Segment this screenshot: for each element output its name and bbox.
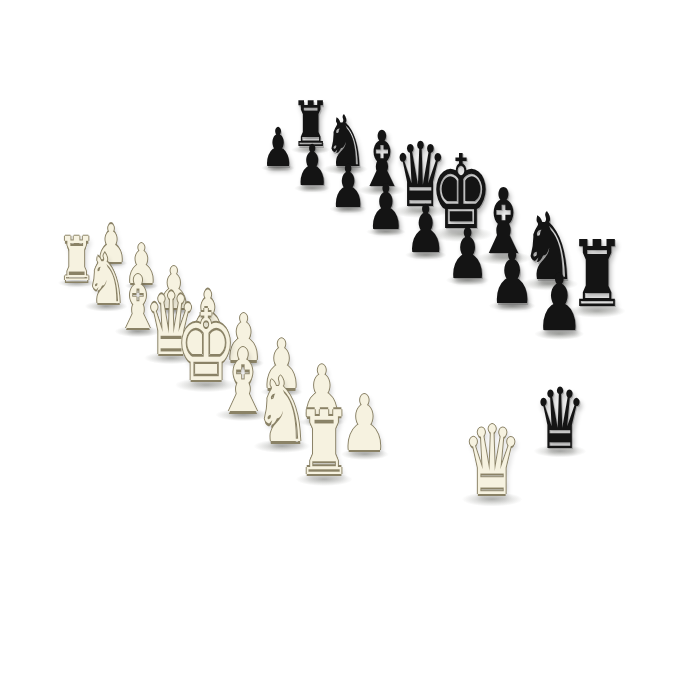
piece-black-pawn-f7[interactable]: ♟ <box>446 218 489 288</box>
product-photo: aa11bb22cc33dd44ee55ff66gg77hh88 ♜♞♝♛♚♝♞… <box>0 0 700 700</box>
piece-black-pawn-c7[interactable]: ♟ <box>330 157 367 216</box>
piece-black-pawn-g7[interactable]: ♟ <box>489 241 535 315</box>
piece-black-pawn-b7[interactable]: ♟ <box>295 139 330 195</box>
piece-white-queen[interactable]: ♛ <box>462 414 521 510</box>
piece-black-pawn-e7[interactable]: ♟ <box>405 197 446 263</box>
piece-white-rook-h1[interactable]: ♜ <box>297 400 352 489</box>
piece-black-queen[interactable]: ♛ <box>534 376 586 460</box>
piece-black-pawn-d7[interactable]: ♟ <box>366 177 405 240</box>
piece-black-pawn-a7[interactable]: ♟ <box>262 121 295 175</box>
pieces-layer: ♜♞♝♛♚♝♞♜♟♟♟♟♟♟♟♟♟♟♟♟♟♟♟♟♜♞♝♛♚♝♞♜♛♛ <box>0 0 700 700</box>
piece-black-pawn-h7[interactable]: ♟ <box>535 264 584 342</box>
